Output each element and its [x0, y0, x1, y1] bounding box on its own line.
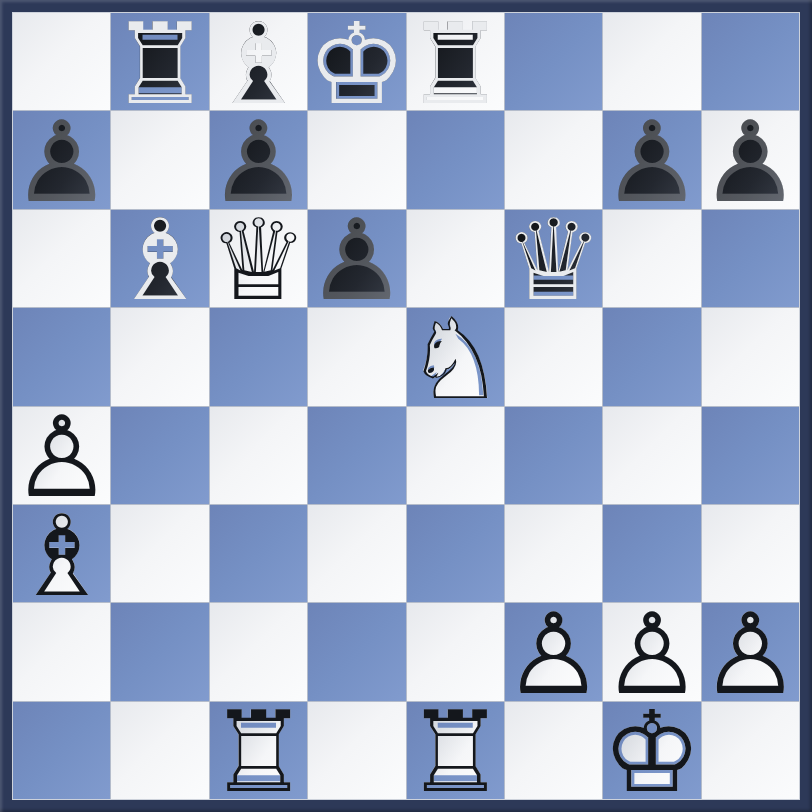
square-b2[interactable]: [111, 603, 208, 700]
black-king-outline-icon: ♔: [308, 15, 405, 112]
black-rook-icon: ♜: [111, 15, 208, 112]
square-a1[interactable]: [13, 702, 110, 799]
square-b3[interactable]: [111, 505, 208, 602]
square-g6[interactable]: [603, 210, 700, 307]
black-bishop-outline-icon: ♗: [210, 15, 307, 112]
square-c5[interactable]: [210, 308, 307, 405]
black-pawn-outline-icon: ♙: [308, 212, 405, 309]
square-a7[interactable]: ♟♙: [13, 111, 110, 208]
square-h3[interactable]: [702, 505, 799, 602]
piece-white-rook[interactable]: ♜♖: [210, 702, 307, 799]
square-g3[interactable]: [603, 505, 700, 602]
board-inner-edge: ♜♖♝♗♚♔♜♖♟♙♟♙♟♙♟♙♝♗♛♕♟♙♛♕♞♘♟♙♝♗♟♙♟♙♟♙♜♖♜♖…: [12, 12, 800, 800]
white-rook-outline-icon: ♖: [407, 704, 504, 801]
square-d2[interactable]: [308, 603, 405, 700]
black-queen-icon: ♛: [505, 212, 602, 309]
black-pawn-outline-icon: ♙: [210, 113, 307, 210]
black-rook-icon: ♜: [407, 15, 504, 112]
white-bishop-icon: ♝: [13, 507, 110, 604]
square-f1[interactable]: [505, 702, 602, 799]
square-d5[interactable]: [308, 308, 405, 405]
square-h1[interactable]: [702, 702, 799, 799]
square-d6[interactable]: ♟♙: [308, 210, 405, 307]
square-d7[interactable]: [308, 111, 405, 208]
black-pawn-icon: ♟: [210, 113, 307, 210]
square-f2[interactable]: ♟♙: [505, 603, 602, 700]
piece-white-queen[interactable]: ♛♕: [210, 210, 307, 307]
black-pawn-outline-icon: ♙: [702, 113, 799, 210]
white-queen-icon: ♛: [210, 212, 307, 309]
square-f6[interactable]: ♛♕: [505, 210, 602, 307]
square-c2[interactable]: [210, 603, 307, 700]
square-g8[interactable]: [603, 13, 700, 110]
square-c1[interactable]: ♜♖: [210, 702, 307, 799]
white-pawn-icon: ♟: [13, 409, 110, 506]
black-bishop-outline-icon: ♗: [111, 212, 208, 309]
square-f8[interactable]: [505, 13, 602, 110]
square-d1[interactable]: [308, 702, 405, 799]
black-pawn-outline-icon: ♙: [603, 113, 700, 210]
black-bishop-icon: ♝: [111, 212, 208, 309]
white-pawn-icon: ♟: [702, 605, 799, 702]
white-pawn-outline-icon: ♙: [603, 605, 700, 702]
square-f3[interactable]: [505, 505, 602, 602]
piece-white-pawn[interactable]: ♟♙: [603, 603, 700, 700]
square-d4[interactable]: [308, 407, 405, 504]
square-d8[interactable]: ♚♔: [308, 13, 405, 110]
black-pawn-icon: ♟: [13, 113, 110, 210]
piece-white-knight[interactable]: ♞♘: [407, 308, 504, 405]
piece-black-rook[interactable]: ♜♖: [407, 13, 504, 110]
square-a6[interactable]: [13, 210, 110, 307]
square-c4[interactable]: [210, 407, 307, 504]
square-h7[interactable]: ♟♙: [702, 111, 799, 208]
piece-white-pawn[interactable]: ♟♙: [13, 407, 110, 504]
white-pawn-outline-icon: ♙: [505, 605, 602, 702]
square-b8[interactable]: ♜♖: [111, 13, 208, 110]
piece-white-pawn[interactable]: ♟♙: [702, 603, 799, 700]
square-a3[interactable]: ♝♗: [13, 505, 110, 602]
piece-black-queen[interactable]: ♛♕: [505, 210, 602, 307]
square-h5[interactable]: [702, 308, 799, 405]
square-e5[interactable]: ♞♘: [407, 308, 504, 405]
black-queen-outline-icon: ♕: [505, 212, 602, 309]
black-pawn-icon: ♟: [308, 212, 405, 309]
square-a8[interactable]: [13, 13, 110, 110]
square-a4[interactable]: ♟♙: [13, 407, 110, 504]
square-e3[interactable]: [407, 505, 504, 602]
black-pawn-outline-icon: ♙: [13, 113, 110, 210]
board-frame: ♜♖♝♗♚♔♜♖♟♙♟♙♟♙♟♙♝♗♛♕♟♙♛♕♞♘♟♙♝♗♟♙♟♙♟♙♜♖♜♖…: [0, 0, 812, 812]
square-b7[interactable]: [111, 111, 208, 208]
square-c3[interactable]: [210, 505, 307, 602]
white-rook-icon: ♜: [210, 704, 307, 801]
chess-board: ♜♖♝♗♚♔♜♖♟♙♟♙♟♙♟♙♝♗♛♕♟♙♛♕♞♘♟♙♝♗♟♙♟♙♟♙♜♖♜♖…: [13, 13, 799, 799]
white-pawn-outline-icon: ♙: [13, 409, 110, 506]
black-king-icon: ♚: [308, 15, 405, 112]
square-a2[interactable]: [13, 603, 110, 700]
white-king-outline-icon: ♔: [603, 704, 700, 801]
piece-white-pawn[interactable]: ♟♙: [505, 603, 602, 700]
square-c7[interactable]: ♟♙: [210, 111, 307, 208]
square-e8[interactable]: ♜♖: [407, 13, 504, 110]
white-pawn-icon: ♟: [505, 605, 602, 702]
black-pawn-icon: ♟: [702, 113, 799, 210]
piece-black-pawn[interactable]: ♟♙: [308, 210, 405, 307]
black-pawn-icon: ♟: [603, 113, 700, 210]
square-g7[interactable]: ♟♙: [603, 111, 700, 208]
white-knight-outline-icon: ♘: [407, 310, 504, 407]
square-c6[interactable]: ♛♕: [210, 210, 307, 307]
square-g2[interactable]: ♟♙: [603, 603, 700, 700]
white-pawn-outline-icon: ♙: [702, 605, 799, 702]
square-e1[interactable]: ♜♖: [407, 702, 504, 799]
white-bishop-outline-icon: ♗: [13, 507, 110, 604]
square-e7[interactable]: [407, 111, 504, 208]
square-e2[interactable]: [407, 603, 504, 700]
piece-black-rook[interactable]: ♜♖: [111, 13, 208, 110]
square-h8[interactable]: [702, 13, 799, 110]
black-rook-outline-icon: ♖: [111, 15, 208, 112]
square-b4[interactable]: [111, 407, 208, 504]
piece-black-bishop[interactable]: ♝♗: [111, 210, 208, 307]
square-b1[interactable]: [111, 702, 208, 799]
square-e4[interactable]: [407, 407, 504, 504]
square-e6[interactable]: [407, 210, 504, 307]
black-bishop-icon: ♝: [210, 15, 307, 112]
square-b5[interactable]: [111, 308, 208, 405]
square-f5[interactable]: [505, 308, 602, 405]
white-rook-icon: ♜: [407, 704, 504, 801]
piece-black-pawn[interactable]: ♟♙: [210, 111, 307, 208]
piece-white-rook[interactable]: ♜♖: [407, 702, 504, 799]
white-knight-icon: ♞: [407, 310, 504, 407]
piece-black-king[interactable]: ♚♔: [308, 13, 405, 110]
white-pawn-icon: ♟: [603, 605, 700, 702]
piece-black-pawn[interactable]: ♟♙: [13, 111, 110, 208]
square-c8[interactable]: ♝♗: [210, 13, 307, 110]
square-f4[interactable]: [505, 407, 602, 504]
square-h4[interactable]: [702, 407, 799, 504]
white-queen-outline-icon: ♕: [210, 212, 307, 309]
white-king-icon: ♚: [603, 704, 700, 801]
square-h2[interactable]: ♟♙: [702, 603, 799, 700]
white-rook-outline-icon: ♖: [210, 704, 307, 801]
square-h6[interactable]: [702, 210, 799, 307]
square-g5[interactable]: [603, 308, 700, 405]
piece-white-bishop[interactable]: ♝♗: [13, 505, 110, 602]
piece-black-pawn[interactable]: ♟♙: [702, 111, 799, 208]
square-b6[interactable]: ♝♗: [111, 210, 208, 307]
square-f7[interactable]: [505, 111, 602, 208]
piece-white-king[interactable]: ♚♔: [603, 702, 700, 799]
square-a5[interactable]: [13, 308, 110, 405]
square-g4[interactable]: [603, 407, 700, 504]
piece-black-bishop[interactable]: ♝♗: [210, 13, 307, 110]
square-g1[interactable]: ♚♔: [603, 702, 700, 799]
square-d3[interactable]: [308, 505, 405, 602]
black-rook-outline-icon: ♖: [407, 15, 504, 112]
piece-black-pawn[interactable]: ♟♙: [603, 111, 700, 208]
